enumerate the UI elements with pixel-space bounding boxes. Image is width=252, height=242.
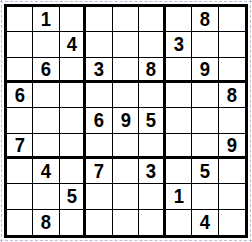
cell-r8c9[interactable]	[219, 184, 245, 209]
given-digit: 6	[15, 84, 25, 106]
given-digit: 4	[66, 33, 76, 55]
cell-r2c8[interactable]	[192, 32, 218, 57]
cell-r5c7[interactable]	[166, 108, 192, 133]
cell-r6c9[interactable]: 9	[219, 134, 245, 159]
cell-r8c5[interactable]	[113, 184, 139, 209]
cell-r1c4[interactable]	[86, 7, 112, 32]
cell-r4c3[interactable]	[60, 83, 86, 108]
cell-r7c7[interactable]	[166, 159, 192, 184]
cell-r3c4[interactable]: 3	[86, 58, 112, 83]
given-digit: 4	[41, 160, 51, 182]
cell-r8c6[interactable]	[139, 184, 165, 209]
cell-r3c8[interactable]: 9	[192, 58, 218, 83]
cell-r1c7[interactable]	[166, 7, 192, 32]
cell-r2c7[interactable]: 3	[166, 32, 192, 57]
given-digit: 7	[94, 160, 104, 182]
cell-r4c5[interactable]	[113, 83, 139, 108]
given-digit: 6	[94, 109, 104, 131]
cell-r5c4[interactable]: 6	[86, 108, 112, 133]
spreadsheet-gridline-right	[250, 0, 251, 242]
cell-r6c4[interactable]	[86, 134, 112, 159]
cell-r6c2[interactable]	[33, 134, 59, 159]
cell-r2c5[interactable]	[113, 32, 139, 57]
spreadsheet-gridline-bottom	[0, 240, 252, 241]
given-digit: 9	[120, 109, 130, 131]
cell-r6c3[interactable]	[60, 134, 86, 159]
cell-r7c4[interactable]: 7	[86, 159, 112, 184]
cell-r9c9[interactable]	[219, 210, 245, 235]
given-digit: 4	[200, 211, 210, 233]
cell-r4c7[interactable]	[166, 83, 192, 108]
cell-r7c9[interactable]	[219, 159, 245, 184]
cell-r5c6[interactable]: 5	[139, 108, 165, 133]
given-digit: 8	[227, 84, 237, 106]
cell-r1c3[interactable]	[60, 7, 86, 32]
cell-r3c9[interactable]	[219, 58, 245, 83]
cell-r9c5[interactable]	[113, 210, 139, 235]
given-digit: 3	[94, 58, 104, 80]
cell-r7c5[interactable]	[113, 159, 139, 184]
given-digit: 1	[173, 185, 183, 207]
cell-r9c7[interactable]	[166, 210, 192, 235]
cell-r3c6[interactable]: 8	[139, 58, 165, 83]
sudoku-board: 18436389686957947355184	[4, 4, 248, 238]
cell-r7c8[interactable]: 5	[192, 159, 218, 184]
cell-r1c2[interactable]: 1	[33, 7, 59, 32]
cell-r5c3[interactable]	[60, 108, 86, 133]
cell-r1c1[interactable]	[7, 7, 33, 32]
given-digit: 5	[66, 185, 76, 207]
cell-r6c1[interactable]: 7	[7, 134, 33, 159]
cell-r5c8[interactable]	[192, 108, 218, 133]
cell-r8c8[interactable]	[192, 184, 218, 209]
cell-r4c9[interactable]: 8	[219, 83, 245, 108]
cell-r2c3[interactable]: 4	[60, 32, 86, 57]
cell-r5c9[interactable]	[219, 108, 245, 133]
cell-r2c2[interactable]	[33, 32, 59, 57]
cell-r8c1[interactable]	[7, 184, 33, 209]
cell-r6c7[interactable]	[166, 134, 192, 159]
cell-r1c5[interactable]	[113, 7, 139, 32]
given-digit: 8	[146, 58, 156, 80]
given-digit: 9	[200, 58, 210, 80]
cell-r8c3[interactable]: 5	[60, 184, 86, 209]
cell-r3c5[interactable]	[113, 58, 139, 83]
spreadsheet-gridline-left	[1, 0, 2, 242]
cell-r3c3[interactable]	[60, 58, 86, 83]
cell-r9c6[interactable]	[139, 210, 165, 235]
given-digit: 6	[41, 58, 51, 80]
cell-r4c8[interactable]	[192, 83, 218, 108]
given-digit: 7	[15, 134, 25, 156]
cell-r9c4[interactable]	[86, 210, 112, 235]
spreadsheet-gridline-top	[0, 1, 252, 2]
given-digit: 8	[41, 211, 51, 233]
cell-r3c1[interactable]	[7, 58, 33, 83]
given-digit: 9	[227, 134, 237, 156]
cell-r7c1[interactable]	[7, 159, 33, 184]
cell-r8c4[interactable]	[86, 184, 112, 209]
cell-r1c8[interactable]: 8	[192, 7, 218, 32]
given-digit: 5	[146, 109, 156, 131]
cell-r5c5[interactable]: 9	[113, 108, 139, 133]
given-digit: 8	[200, 8, 210, 30]
cell-r4c1[interactable]: 6	[7, 83, 33, 108]
cell-r6c5[interactable]	[113, 134, 139, 159]
cell-r6c8[interactable]	[192, 134, 218, 159]
cell-r5c1[interactable]	[7, 108, 33, 133]
given-digit: 3	[173, 33, 183, 55]
cell-r9c1[interactable]	[7, 210, 33, 235]
cell-r3c7[interactable]	[166, 58, 192, 83]
cell-r9c3[interactable]	[60, 210, 86, 235]
cell-r1c9[interactable]	[219, 7, 245, 32]
cell-r7c2[interactable]: 4	[33, 159, 59, 184]
cell-r2c1[interactable]	[7, 32, 33, 57]
cell-r7c3[interactable]	[60, 159, 86, 184]
cell-r2c4[interactable]	[86, 32, 112, 57]
cell-r7c6[interactable]: 3	[139, 159, 165, 184]
cell-r8c2[interactable]	[33, 184, 59, 209]
given-digit: 1	[41, 8, 51, 30]
given-digit: 5	[200, 160, 210, 182]
cell-r8c7[interactable]: 1	[166, 184, 192, 209]
cell-r6c6[interactable]	[139, 134, 165, 159]
cell-r9c8[interactable]: 4	[192, 210, 218, 235]
cell-r4c6[interactable]	[139, 83, 165, 108]
cell-r4c2[interactable]	[33, 83, 59, 108]
cell-r2c9[interactable]	[219, 32, 245, 57]
cell-r5c2[interactable]	[33, 108, 59, 133]
cell-r4c4[interactable]	[86, 83, 112, 108]
given-digit: 3	[146, 160, 156, 182]
cell-r2c6[interactable]	[139, 32, 165, 57]
cell-r3c2[interactable]: 6	[33, 58, 59, 83]
cell-r9c2[interactable]: 8	[33, 210, 59, 235]
cell-r1c6[interactable]	[139, 7, 165, 32]
